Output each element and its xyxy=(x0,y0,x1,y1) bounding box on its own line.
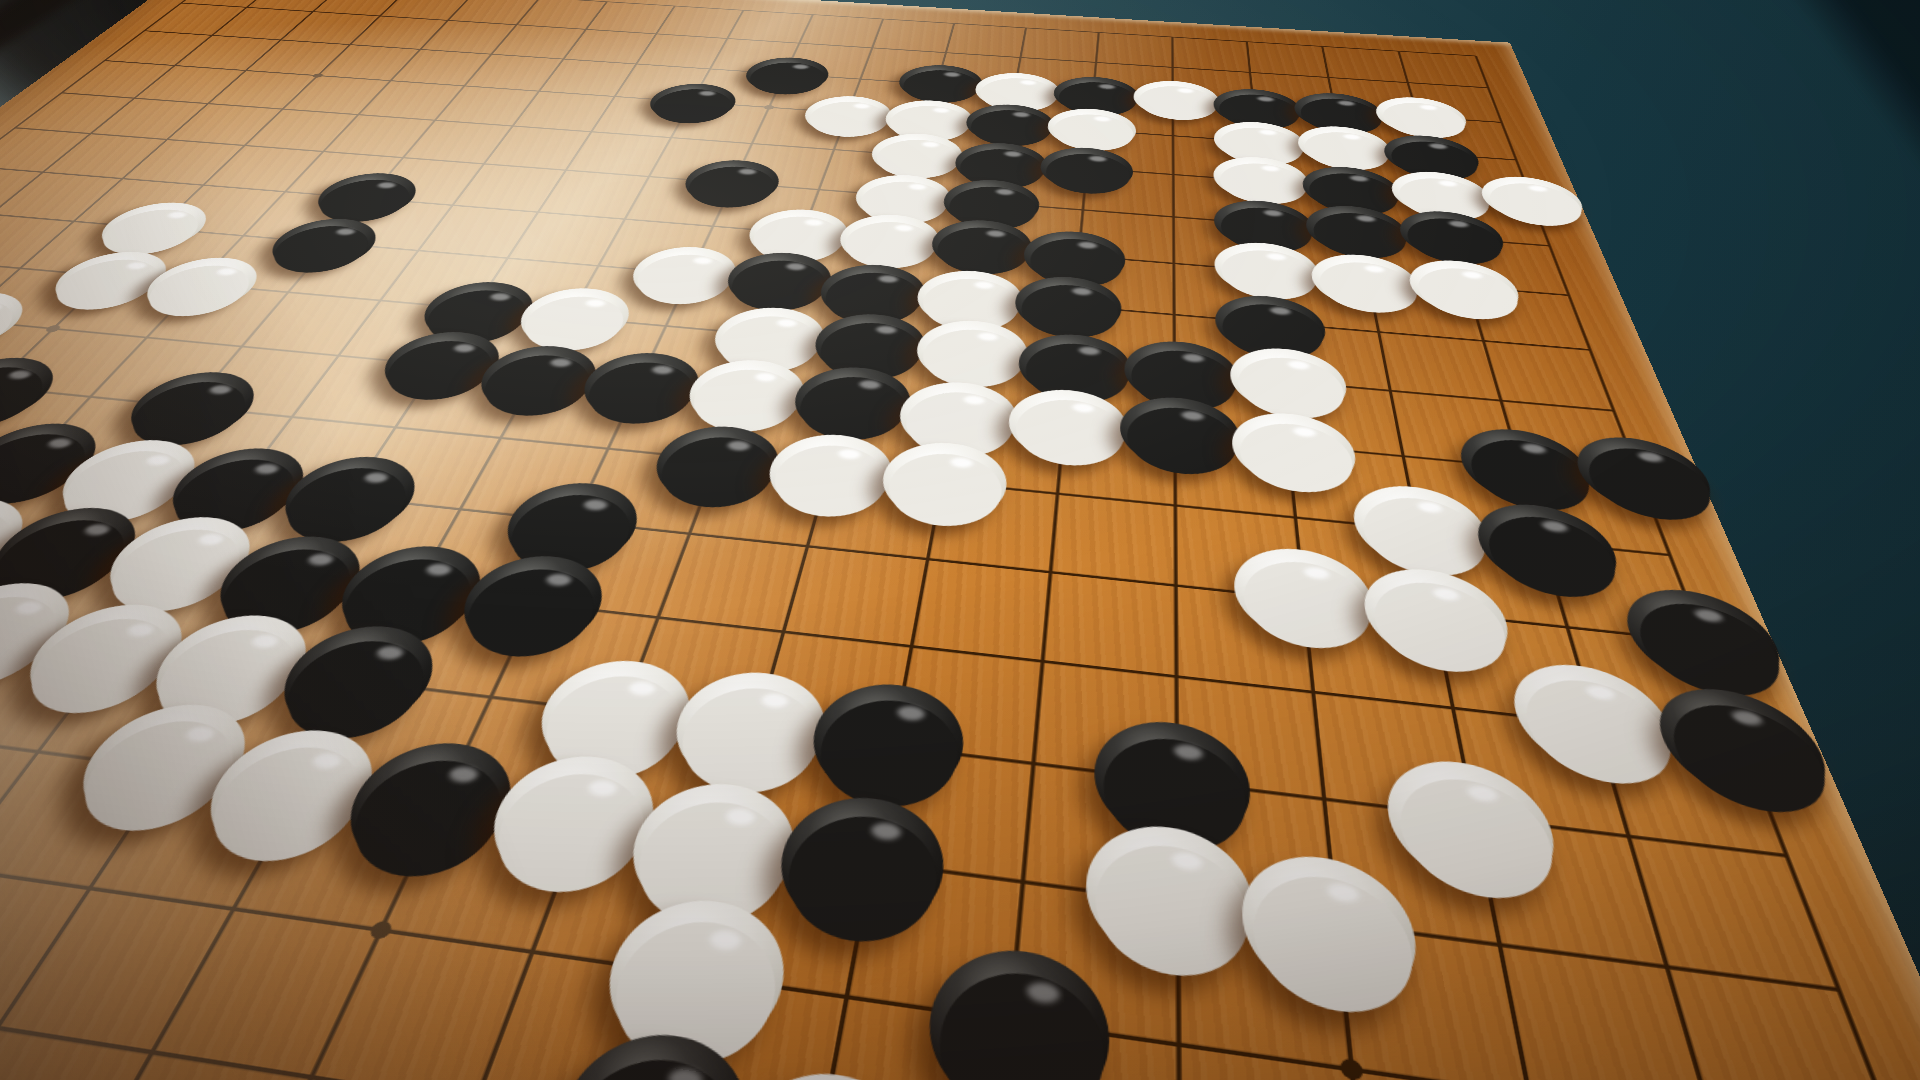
white-stone: ● xyxy=(1358,563,1519,674)
white-stone: ● xyxy=(1239,847,1426,1015)
white-stone: ● xyxy=(1404,257,1527,320)
black-stone: ● xyxy=(1038,145,1134,195)
white-stone: ● xyxy=(874,438,1011,528)
go-board: ●●●●●●●●●●●●●●●●●●●●●●●●●●●●●●●●●●●●●●●●… xyxy=(0,0,1920,1080)
board-perspective-wrap: ●●●●●●●●●●●●●●●●●●●●●●●●●●●●●●●●●●●●●●●●… xyxy=(0,0,1920,1080)
white-stone: ● xyxy=(1133,79,1221,121)
white-stone: ● xyxy=(1005,385,1129,467)
white-stone: ● xyxy=(1230,408,1361,493)
black-stone: ● xyxy=(1118,393,1242,476)
go-photo-scene: ●●●●●●●●●●●●●●●●●●●●●●●●●●●●●●●●●●●●●●●●… xyxy=(0,0,1920,1080)
